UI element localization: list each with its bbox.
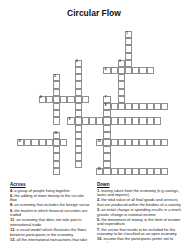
grid-cell[interactable] (53, 153, 60, 160)
grid-cell[interactable] (75, 67, 82, 74)
crossword-worksheet: { "title": "Circular Flow", "game": { "t… (0, 0, 188, 243)
grid-cell[interactable] (103, 117, 110, 124)
grid-cell[interactable] (132, 117, 139, 124)
grid-cell[interactable] (161, 168, 168, 175)
grid-cell[interactable] (118, 139, 125, 146)
grid-cell[interactable] (75, 125, 82, 132)
clue-number: 9. (10, 208, 14, 213)
grid-cell[interactable] (147, 103, 154, 110)
grid-cell[interactable] (75, 96, 82, 103)
grid-cell[interactable] (53, 168, 60, 175)
grid-cell[interactable] (154, 103, 161, 110)
grid-cell[interactable] (103, 168, 110, 175)
grid-cell[interactable] (125, 45, 132, 52)
cell-number: 6 (40, 96, 41, 99)
grid-cell[interactable] (139, 67, 146, 74)
grid-cell[interactable] (31, 139, 38, 146)
grid-cell[interactable] (53, 161, 60, 168)
cell-number: 4 (105, 68, 106, 71)
grid-cell[interactable] (125, 38, 132, 45)
grid-cell[interactable] (103, 146, 110, 153)
grid-cell[interactable] (111, 139, 118, 146)
grid-cell[interactable] (118, 89, 125, 96)
grid-cell[interactable] (147, 117, 154, 124)
grid-cell[interactable] (75, 89, 82, 96)
grid-cell[interactable] (103, 125, 110, 132)
grid-cell[interactable]: 5 (53, 74, 60, 81)
grid-cell[interactable] (111, 103, 118, 110)
grid-cell[interactable] (118, 81, 125, 88)
clue-number: 3. (97, 207, 101, 212)
grid-cell[interactable] (161, 103, 168, 110)
across-clues: Across 4. a group of people living toget… (0, 182, 94, 243)
grid-cell[interactable]: 7 (103, 96, 110, 103)
grid-cell[interactable] (89, 117, 96, 124)
grid-cell[interactable] (147, 139, 154, 146)
grid-cell[interactable] (147, 67, 154, 74)
grid-cell[interactable] (39, 139, 46, 146)
clue-item: 13. all the international transactions t… (10, 238, 91, 243)
grid-cell[interactable]: 12 (96, 139, 103, 146)
grid-cell[interactable] (103, 110, 110, 117)
grid-cell[interactable] (75, 161, 82, 168)
across-clue-list: 4. a group of people living together6. t… (10, 189, 91, 243)
grid-cell[interactable] (75, 146, 82, 153)
grid-cell[interactable] (53, 103, 60, 110)
grid-cell[interactable]: 1 (125, 31, 132, 38)
grid-cell[interactable] (139, 168, 146, 175)
grid-cell[interactable] (118, 96, 125, 103)
clue-number: 5. (97, 217, 101, 222)
grid-cell[interactable]: 4 (103, 67, 110, 74)
grid-cell[interactable] (75, 117, 82, 124)
grid-cell[interactable] (96, 117, 103, 124)
across-heading: Across (10, 182, 91, 187)
grid-cell[interactable] (75, 110, 82, 117)
grid-cell[interactable] (139, 139, 146, 146)
grid-cell[interactable] (125, 103, 132, 110)
clue-section: Across 4. a group of people living toget… (0, 182, 188, 243)
grid-cell[interactable] (53, 139, 60, 146)
cell-number: 1 (126, 32, 127, 35)
grid-cell[interactable] (139, 117, 146, 124)
grid-cell[interactable] (53, 117, 60, 124)
cell-number: 2 (76, 60, 77, 63)
grid-cell[interactable] (125, 168, 132, 175)
grid-cell[interactable] (103, 161, 110, 168)
grid-cell[interactable] (75, 103, 82, 110)
grid-cell[interactable] (46, 96, 53, 103)
grid-cell[interactable]: 6 (39, 96, 46, 103)
cell-number: 10 (54, 132, 57, 135)
grid-cell[interactable]: 9 (67, 117, 74, 124)
grid-cell[interactable] (154, 168, 161, 175)
grid-cell[interactable]: 8 (103, 103, 110, 110)
cell-number: 7 (105, 96, 106, 99)
grid-cell[interactable] (53, 89, 60, 96)
grid-cell[interactable] (75, 81, 82, 88)
grid-cell[interactable]: 3 (118, 60, 125, 67)
grid-cell[interactable] (118, 117, 125, 124)
grid-cell[interactable] (53, 110, 60, 117)
grid-cell[interactable] (75, 153, 82, 160)
grid-cell[interactable] (103, 132, 110, 139)
grid-cell[interactable]: 11 (17, 139, 24, 146)
clue-number: 6. (10, 193, 14, 198)
clue-number: 13. (10, 237, 17, 242)
grid-cell[interactable] (75, 74, 82, 81)
grid-cell[interactable] (118, 67, 125, 74)
grid-cell[interactable] (111, 67, 118, 74)
down-clues: Down 1. money taken from the economy (e.… (94, 182, 188, 243)
cell-number: 11 (18, 140, 21, 143)
clue-number: 11. (10, 217, 16, 222)
grid-cell[interactable] (53, 81, 60, 88)
grid-cell[interactable] (75, 132, 82, 139)
page-title: Circular Flow (0, 8, 188, 18)
grid-cell[interactable] (118, 103, 125, 110)
clue-number: 1. (97, 188, 101, 193)
grid-cell[interactable] (60, 139, 67, 146)
clue-number: 7. (97, 227, 101, 232)
grid-cell[interactable] (147, 168, 154, 175)
clue-number: 12. (10, 227, 17, 232)
grid-cell[interactable] (118, 168, 125, 175)
grid-cell[interactable] (75, 139, 82, 146)
grid-cell[interactable]: 13 (96, 168, 103, 175)
grid-cell[interactable] (125, 67, 132, 74)
grid-cell[interactable] (132, 103, 139, 110)
down-heading: Down (97, 182, 184, 187)
grid-cell[interactable] (82, 117, 89, 124)
crossword-grid: 12345678910111213 (17, 31, 171, 177)
cell-number: 9 (69, 118, 70, 121)
grid-cell[interactable] (154, 139, 161, 146)
grid-cell[interactable] (24, 139, 31, 146)
grid-cell[interactable] (132, 139, 139, 146)
grid-cell[interactable] (154, 117, 161, 124)
grid-cell[interactable] (67, 96, 74, 103)
grid-cell[interactable] (132, 67, 139, 74)
grid-cell[interactable]: 10 (53, 132, 60, 139)
grid-cell[interactable] (103, 139, 110, 146)
grid-cell[interactable] (111, 168, 118, 175)
clue-item: 10. income that the participants prefer … (97, 237, 184, 243)
cell-number: 13 (97, 168, 100, 171)
grid-cell[interactable] (46, 139, 53, 146)
grid-cell[interactable] (161, 139, 168, 146)
grid-cell[interactable] (125, 53, 132, 60)
grid-cell[interactable] (82, 96, 89, 103)
grid-cell[interactable] (60, 96, 67, 103)
grid-cell[interactable] (103, 153, 110, 160)
grid-cell[interactable] (132, 168, 139, 175)
cell-number: 12 (97, 140, 100, 143)
grid-cell[interactable] (53, 96, 60, 103)
grid-cell[interactable] (53, 146, 60, 153)
grid-cell[interactable] (125, 117, 132, 124)
cell-number: 3 (119, 60, 120, 63)
grid-cell[interactable] (139, 103, 146, 110)
clue-number: 10. (97, 236, 104, 241)
cell-number: 8 (105, 104, 106, 107)
grid-cell[interactable] (118, 74, 125, 81)
clue-number: 2. (97, 197, 101, 202)
grid-cell[interactable] (111, 117, 118, 124)
cell-number: 5 (54, 75, 55, 78)
grid-cell[interactable] (125, 139, 132, 146)
down-clue-list: 1. money taken from the economy (e.g sav… (97, 189, 184, 243)
grid-cell[interactable]: 2 (75, 60, 82, 67)
clue-item: 3. an initial change in spending results… (97, 208, 184, 217)
clue-item: 5. the movement of money in the form of … (97, 218, 184, 227)
grid-cell[interactable] (125, 60, 132, 67)
